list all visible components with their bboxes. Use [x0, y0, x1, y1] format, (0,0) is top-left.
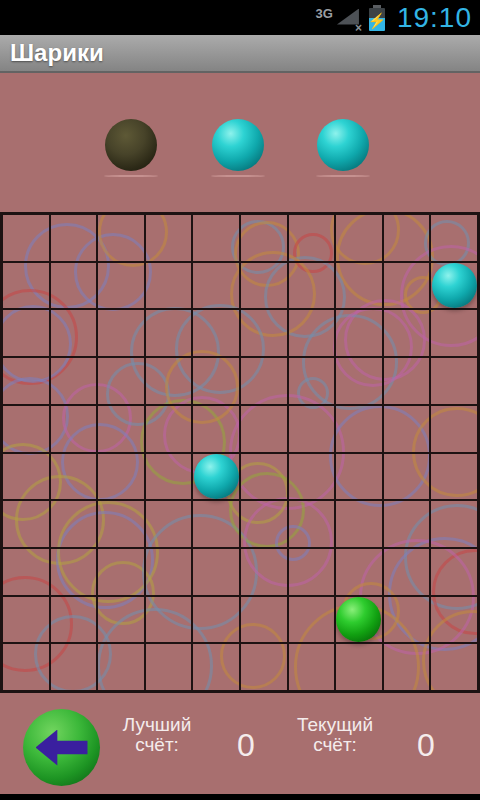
board-cell-r1c8[interactable]: [335, 214, 383, 262]
app-title: Шарики: [10, 39, 104, 67]
board-cell-r8c7[interactable]: [288, 548, 336, 596]
board-cell-r4c3[interactable]: [97, 357, 145, 405]
board-cell-r2c10[interactable]: [430, 262, 478, 310]
board-cell-r7c3[interactable]: [97, 500, 145, 548]
board-cell-r4c10[interactable]: [430, 357, 478, 405]
board-cell-r9c3[interactable]: [97, 596, 145, 644]
board-cell-r6c4[interactable]: [145, 453, 193, 501]
board-cell-r9c4[interactable]: [145, 596, 193, 644]
board-cell-r4c1[interactable]: [2, 357, 50, 405]
board-cell-r7c5[interactable]: [192, 500, 240, 548]
board-cell-r3c10[interactable]: [430, 309, 478, 357]
board-cell-r1c5[interactable]: [192, 214, 240, 262]
board-cell-r3c9[interactable]: [383, 309, 431, 357]
board-cell-r6c6[interactable]: [240, 453, 288, 501]
board-cell-r7c8[interactable]: [335, 500, 383, 548]
back-button[interactable]: [23, 709, 100, 786]
next-ball-shadow: [211, 175, 265, 177]
board-cell-r7c10[interactable]: [430, 500, 478, 548]
board-cell-r10c2[interactable]: [50, 643, 98, 691]
current-score-value: 0: [396, 727, 456, 764]
board-cell-r1c10[interactable]: [430, 214, 478, 262]
current-score-label: Текущий счёт:: [280, 715, 390, 755]
board-cell-r6c1[interactable]: [2, 453, 50, 501]
next-ball-preview: [317, 119, 369, 171]
footer-bar: Лучший счёт: 0 Текущий счёт: 0: [0, 693, 480, 800]
board-cell-r10c9[interactable]: [383, 643, 431, 691]
board-cell-r5c4[interactable]: [145, 405, 193, 453]
cyan-ball[interactable]: [194, 454, 239, 499]
next-ball-shadow: [104, 175, 158, 177]
board-cell-r4c8[interactable]: [335, 357, 383, 405]
network-type-label: 3G: [316, 6, 333, 21]
arrow-left-icon: [36, 730, 88, 766]
board-cell-r6c5[interactable]: [192, 453, 240, 501]
board-cell-r8c6[interactable]: [240, 548, 288, 596]
board-cell-r6c9[interactable]: [383, 453, 431, 501]
board-cell-r9c2[interactable]: [50, 596, 98, 644]
best-score-value: 0: [216, 727, 276, 764]
board-cell-r5c1[interactable]: [2, 405, 50, 453]
battery-body: ⚡: [369, 8, 385, 31]
board-cell-r9c5[interactable]: [192, 596, 240, 644]
bottom-black-strip: [0, 794, 480, 800]
board-cell-r4c7[interactable]: [288, 357, 336, 405]
board-cell-r3c4[interactable]: [145, 309, 193, 357]
board-cell-r1c2[interactable]: [50, 214, 98, 262]
board-cell-r7c7[interactable]: [288, 500, 336, 548]
board-cell-r7c4[interactable]: [145, 500, 193, 548]
board-cell-r6c2[interactable]: [50, 453, 98, 501]
board-cell-r2c2[interactable]: [50, 262, 98, 310]
board-cell-r8c3[interactable]: [97, 548, 145, 596]
board-cell-r2c7[interactable]: [288, 262, 336, 310]
board-cell-r5c7[interactable]: [288, 405, 336, 453]
board-cell-r3c5[interactable]: [192, 309, 240, 357]
board-cell-r5c9[interactable]: [383, 405, 431, 453]
board-cell-r2c5[interactable]: [192, 262, 240, 310]
board-cell-r8c8[interactable]: [335, 548, 383, 596]
board-cell-r8c1[interactable]: [2, 548, 50, 596]
board-cell-r5c5[interactable]: [192, 405, 240, 453]
cyan-ball[interactable]: [432, 263, 477, 308]
board-cell-r10c3[interactable]: [97, 643, 145, 691]
charging-bolt-icon: ⚡: [368, 13, 387, 28]
board-cell-r7c6[interactable]: [240, 500, 288, 548]
app-screen: 3G × ⚡ 19:10 Шарики Лучший счёт: 0: [0, 0, 480, 800]
board-cell-r1c3[interactable]: [97, 214, 145, 262]
board-cell-r3c7[interactable]: [288, 309, 336, 357]
board-cell-r3c3[interactable]: [97, 309, 145, 357]
best-score-label: Лучший счёт:: [102, 715, 212, 755]
next-ball-preview: [212, 119, 264, 171]
board-cell-r6c10[interactable]: [430, 453, 478, 501]
green-ball[interactable]: [336, 597, 381, 642]
board-cell-r4c4[interactable]: [145, 357, 193, 405]
board-cell-r1c6[interactable]: [240, 214, 288, 262]
status-clock: 19:10: [397, 2, 472, 34]
board-cell-r10c4[interactable]: [145, 643, 193, 691]
board-cell-r3c6[interactable]: [240, 309, 288, 357]
board-cell-r2c3[interactable]: [97, 262, 145, 310]
board-cell-r9c9[interactable]: [383, 596, 431, 644]
board-cell-r6c3[interactable]: [97, 453, 145, 501]
board-cell-r7c2[interactable]: [50, 500, 98, 548]
current-score-label-line1: Текущий: [280, 715, 390, 735]
board-cell-r2c4[interactable]: [145, 262, 193, 310]
board-cell-r5c10[interactable]: [430, 405, 478, 453]
board-cell-r3c2[interactable]: [50, 309, 98, 357]
board-cell-r8c2[interactable]: [50, 548, 98, 596]
board-cell-r2c9[interactable]: [383, 262, 431, 310]
board-cell-r6c8[interactable]: [335, 453, 383, 501]
board-cell-r4c2[interactable]: [50, 357, 98, 405]
board-cell-r8c4[interactable]: [145, 548, 193, 596]
board-cell-r10c7[interactable]: [288, 643, 336, 691]
board-cell-r10c5[interactable]: [192, 643, 240, 691]
board-cell-r9c8[interactable]: [335, 596, 383, 644]
battery-charging-icon: ⚡: [369, 5, 385, 31]
board-cell-r5c8[interactable]: [335, 405, 383, 453]
board-cell-r4c6[interactable]: [240, 357, 288, 405]
board-cell-r8c10[interactable]: [430, 548, 478, 596]
next-ball-preview: [105, 119, 157, 171]
status-bar: 3G × ⚡ 19:10: [0, 0, 480, 35]
board-cell-r9c6[interactable]: [240, 596, 288, 644]
board-cell-r10c8[interactable]: [335, 643, 383, 691]
board-cell-r3c1[interactable]: [2, 309, 50, 357]
current-score-label-line2: счёт:: [280, 735, 390, 755]
no-connection-x-icon: ×: [355, 21, 362, 35]
board-cell-r6c7[interactable]: [288, 453, 336, 501]
best-score-label-line1: Лучший: [102, 715, 212, 735]
board-cell-r9c1[interactable]: [2, 596, 50, 644]
board-cell-r7c9[interactable]: [383, 500, 431, 548]
board-cell-r5c3[interactable]: [97, 405, 145, 453]
board-cell-r10c6[interactable]: [240, 643, 288, 691]
board-cell-r1c1[interactable]: [2, 214, 50, 262]
board-cell-r4c9[interactable]: [383, 357, 431, 405]
board-cell-r2c6[interactable]: [240, 262, 288, 310]
board-cell-r9c7[interactable]: [288, 596, 336, 644]
board-cell-r10c10[interactable]: [430, 643, 478, 691]
signal-icon: ×: [337, 9, 361, 29]
title-bar: Шарики: [0, 35, 480, 73]
game-board: [0, 212, 480, 693]
board-cell-r2c8[interactable]: [335, 262, 383, 310]
board-cell-r10c1[interactable]: [2, 643, 50, 691]
board-cell-r3c8[interactable]: [335, 309, 383, 357]
board-cell-r2c1[interactable]: [2, 262, 50, 310]
board-cell-r9c10[interactable]: [430, 596, 478, 644]
board-cell-r1c9[interactable]: [383, 214, 431, 262]
next-ball-shadow: [316, 175, 370, 177]
board-cell-r5c6[interactable]: [240, 405, 288, 453]
board-cell-r7c1[interactable]: [2, 500, 50, 548]
board-cell-r8c9[interactable]: [383, 548, 431, 596]
board-cell-r4c5[interactable]: [192, 357, 240, 405]
board-cell-r1c4[interactable]: [145, 214, 193, 262]
board-cell-r5c2[interactable]: [50, 405, 98, 453]
board-cell-r1c7[interactable]: [288, 214, 336, 262]
board-cell-r8c5[interactable]: [192, 548, 240, 596]
best-score-label-line2: счёт:: [102, 735, 212, 755]
board-grid: [2, 214, 478, 691]
